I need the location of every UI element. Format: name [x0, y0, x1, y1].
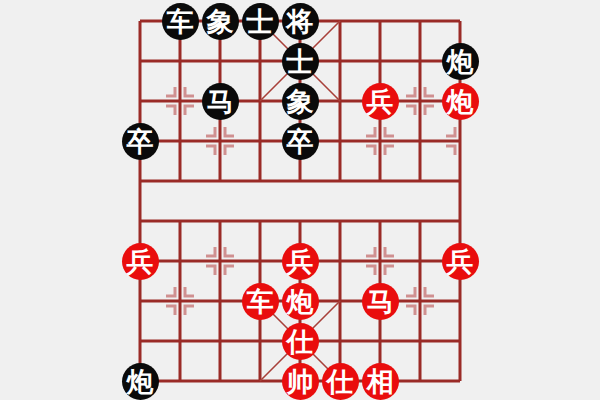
piece-black-cannon[interactable]: 炮 — [442, 43, 479, 80]
board-grid: 车象士将士炮马象兵炮卒卒兵兵兵车炮马仕炮帅仕相 — [120, 1, 480, 400]
piece-red-soldier[interactable]: 兵 — [362, 83, 399, 120]
piece-black-elephant[interactable]: 象 — [282, 83, 319, 120]
piece-black-general[interactable]: 将 — [282, 3, 319, 40]
piece-red-advisor[interactable]: 仕 — [282, 323, 319, 360]
piece-black-elephant[interactable]: 象 — [202, 3, 239, 40]
piece-red-soldier[interactable]: 兵 — [122, 243, 159, 280]
piece-red-cannon[interactable]: 炮 — [442, 83, 479, 120]
piece-red-horse[interactable]: 马 — [362, 283, 399, 320]
piece-black-soldier[interactable]: 卒 — [282, 123, 319, 160]
piece-red-soldier[interactable]: 兵 — [282, 243, 319, 280]
piece-black-soldier[interactable]: 卒 — [122, 123, 159, 160]
piece-black-chariot[interactable]: 车 — [162, 3, 199, 40]
piece-red-cannon[interactable]: 炮 — [282, 283, 319, 320]
piece-black-advisor[interactable]: 士 — [242, 3, 279, 40]
piece-black-cannon[interactable]: 炮 — [122, 363, 159, 400]
piece-black-horse[interactable]: 马 — [202, 83, 239, 120]
piece-red-general[interactable]: 帅 — [282, 363, 319, 400]
piece-red-elephant[interactable]: 相 — [362, 363, 399, 400]
xiangqi-diagram: 车象士将士炮马象兵炮卒卒兵兵兵车炮马仕炮帅仕相 — [0, 0, 600, 400]
piece-black-advisor[interactable]: 士 — [282, 43, 319, 80]
piece-red-soldier[interactable]: 兵 — [442, 243, 479, 280]
piece-red-advisor[interactable]: 仕 — [322, 363, 359, 400]
piece-red-chariot[interactable]: 车 — [242, 283, 279, 320]
